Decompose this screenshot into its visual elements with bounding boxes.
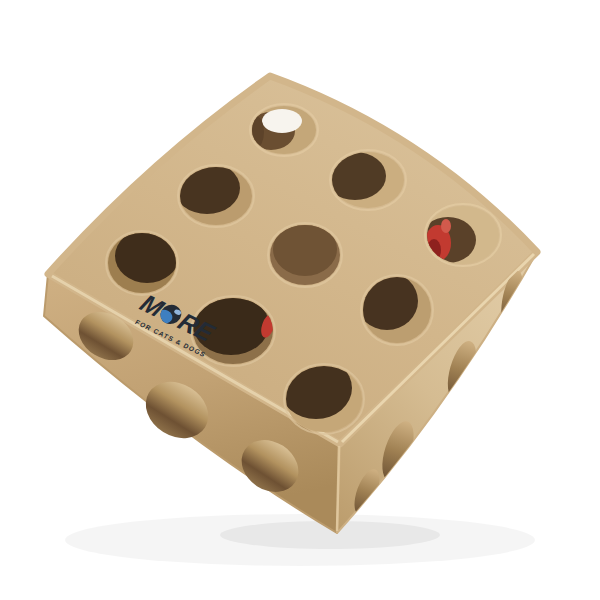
product-photo-canvas: M RE FOR CATS & DOGS (0, 0, 600, 600)
top-hole-center (268, 222, 342, 287)
see-through-light (262, 109, 302, 133)
product-shadow (65, 514, 535, 566)
red-toy-highlight (441, 219, 451, 233)
